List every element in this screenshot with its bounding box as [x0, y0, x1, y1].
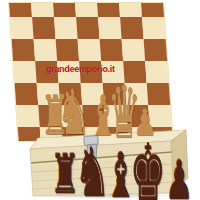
king-piece-shadow: [135, 193, 161, 198]
storage-box: [0, 0, 200, 200]
rook-piece-shadow: [52, 188, 78, 193]
bishop-piece-shadow: [108, 192, 134, 197]
knight-piece-shadow: [79, 190, 105, 195]
box-right-face: [171, 130, 188, 193]
pawn-piece-shadow: [166, 194, 192, 199]
chess-set-product-photo: grandeemporio.it ♜♞♝♛♟♜♞♝♚♟: [0, 0, 200, 200]
